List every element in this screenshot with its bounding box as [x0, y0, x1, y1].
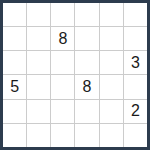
- cell-r4c4: 8: [75, 75, 98, 98]
- cell-r3c2[interactable]: [27, 51, 50, 74]
- puzzle-board: 83582: [0, 0, 150, 150]
- cell-r6c3[interactable]: [51, 124, 74, 147]
- cell-r5c3[interactable]: [51, 100, 74, 123]
- cell-r4c5[interactable]: [100, 75, 123, 98]
- cell-r6c2[interactable]: [27, 124, 50, 147]
- cell-r6c4[interactable]: [75, 124, 98, 147]
- cell-r3c3[interactable]: [51, 51, 74, 74]
- cell-r5c5[interactable]: [100, 100, 123, 123]
- cell-r1c5[interactable]: [100, 3, 123, 26]
- cell-r1c6[interactable]: [124, 3, 147, 26]
- cell-r2c2[interactable]: [27, 27, 50, 50]
- cell-r3c1[interactable]: [3, 51, 26, 74]
- cell-r2c4[interactable]: [75, 27, 98, 50]
- cell-r6c1[interactable]: [3, 124, 26, 147]
- cell-r1c1[interactable]: [3, 3, 26, 26]
- cell-r5c4[interactable]: [75, 100, 98, 123]
- cell-r2c6[interactable]: [124, 27, 147, 50]
- cell-r4c6[interactable]: [124, 75, 147, 98]
- cell-r3c6: 3: [124, 51, 147, 74]
- cell-r2c3: 8: [51, 27, 74, 50]
- cell-r2c1[interactable]: [3, 27, 26, 50]
- cell-r3c4[interactable]: [75, 51, 98, 74]
- cell-r1c3[interactable]: [51, 3, 74, 26]
- cell-r1c2[interactable]: [27, 3, 50, 26]
- cell-r4c3[interactable]: [51, 75, 74, 98]
- cell-r4c2[interactable]: [27, 75, 50, 98]
- cell-r3c5[interactable]: [100, 51, 123, 74]
- cell-r5c6: 2: [124, 100, 147, 123]
- cell-r5c1[interactable]: [3, 100, 26, 123]
- cell-r5c2[interactable]: [27, 100, 50, 123]
- cell-r6c6[interactable]: [124, 124, 147, 147]
- cell-r6c5[interactable]: [100, 124, 123, 147]
- cell-r1c4[interactable]: [75, 3, 98, 26]
- cell-r2c5[interactable]: [100, 27, 123, 50]
- cell-r4c1: 5: [3, 75, 26, 98]
